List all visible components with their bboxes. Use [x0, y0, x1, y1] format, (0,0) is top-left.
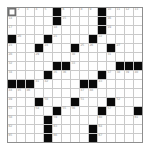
cell-r6c1[interactable]: 28 [8, 53, 16, 61]
cell-r8c15[interactable]: 40 [134, 71, 142, 79]
cell-r1c14[interactable]: 12 [125, 8, 133, 16]
cell-r3c10[interactable] [89, 26, 97, 34]
cell-r4c12[interactable] [107, 35, 115, 43]
cell-r9c3-black [26, 80, 34, 88]
cell-r2c4[interactable] [35, 17, 43, 25]
cell-r9c1-black [8, 80, 16, 88]
clue-number: 38 [117, 71, 120, 75]
clue-number: 43 [99, 80, 102, 84]
cell-r6c4[interactable]: 29 [35, 53, 43, 61]
cell-r8c8[interactable] [71, 71, 79, 79]
cell-r12c1[interactable]: 53 [8, 107, 16, 115]
cell-r6c3[interactable] [26, 53, 34, 61]
cell-r10c7[interactable] [62, 89, 70, 97]
cell-r12c8[interactable]: 56 [71, 107, 79, 115]
cell-r5c3[interactable] [26, 44, 34, 52]
cell-r2c9[interactable] [80, 17, 88, 25]
clue-number: 27 [117, 44, 120, 48]
cell-r10c2[interactable]: 45 [17, 89, 25, 97]
cell-r4c8[interactable] [71, 35, 79, 43]
clue-number: 32 [9, 62, 12, 66]
cell-r1c10[interactable]: 9 [89, 8, 97, 16]
cell-r15c1[interactable]: 65 [8, 134, 16, 142]
cell-r6c12[interactable]: 31 [107, 53, 115, 61]
cell-r9c5[interactable]: 42 [44, 80, 52, 88]
cell-r3c2[interactable] [17, 26, 25, 34]
clue-number: 18 [54, 26, 57, 30]
cell-r14c11[interactable]: 64 [98, 125, 106, 133]
cell-r2c1[interactable]: 14 [8, 17, 16, 25]
clue-number: 31 [108, 53, 111, 57]
cell-r2c11-black [98, 17, 106, 25]
clue-number: 62 [9, 125, 12, 129]
clue-number: 8 [81, 8, 83, 12]
cell-r3c14[interactable] [125, 26, 133, 34]
clue-number: 6 [63, 8, 65, 12]
cell-r7c2[interactable] [17, 62, 25, 70]
cell-r10c10[interactable]: 48 [89, 89, 97, 97]
cell-r15c8[interactable] [71, 134, 79, 142]
clue-number: 33 [72, 62, 75, 66]
cell-r7c3[interactable] [26, 62, 34, 70]
cell-r8c4[interactable] [35, 71, 43, 79]
clue-number: 35 [54, 71, 57, 75]
cell-r12c6-black [53, 107, 61, 115]
cell-r13c9[interactable] [80, 116, 88, 124]
clue-number: 42 [45, 80, 48, 84]
cell-r2c12[interactable]: 16 [107, 17, 115, 25]
cell-r3c12[interactable]: 19 [107, 26, 115, 34]
cell-r14c10-black [89, 125, 97, 133]
cell-r11c12-black [107, 98, 115, 106]
crossword-app: 1234567891011121314151617181920212223242… [0, 0, 150, 150]
clue-number: 25 [81, 44, 84, 48]
cell-r4c5-black [44, 35, 52, 43]
cell-r10c5[interactable] [44, 89, 52, 97]
cell-r6c8[interactable]: 30 [71, 53, 79, 61]
clue-number: 56 [72, 107, 75, 111]
cell-r13c3[interactable] [26, 116, 34, 124]
cell-r12c3[interactable] [26, 107, 34, 115]
cell-r8c5-black [44, 71, 52, 79]
cell-r8c2[interactable] [17, 71, 25, 79]
cell-r2c13[interactable] [116, 17, 124, 25]
clue-number: 19 [108, 26, 111, 30]
clue-number: 58 [9, 116, 12, 120]
cell-r5c1[interactable]: 23 [8, 44, 16, 52]
cell-r3c1[interactable]: 17 [8, 26, 16, 34]
cell-r14c4[interactable] [35, 125, 43, 133]
clue-number: 66 [54, 134, 57, 138]
cell-r7c9[interactable] [80, 62, 88, 70]
cell-r15c3[interactable] [26, 134, 34, 142]
cell-r10c3[interactable]: 46 [26, 89, 34, 97]
clue-number: 5 [45, 8, 47, 12]
cell-r5c4-black [35, 44, 43, 52]
clue-number: 4 [36, 8, 38, 12]
cell-r1c1-selected[interactable]: 1 [8, 8, 16, 16]
cell-r3c8[interactable] [71, 26, 79, 34]
cell-r7c11[interactable] [98, 62, 106, 70]
cell-r14c6[interactable]: 63 [53, 125, 61, 133]
cell-r13c6[interactable]: 59 [53, 116, 61, 124]
cell-r4c14[interactable] [125, 35, 133, 43]
cell-r11c3[interactable] [26, 98, 34, 106]
cell-r5c5[interactable]: 24 [44, 44, 52, 52]
clue-number: 52 [117, 98, 120, 102]
cell-r10c13[interactable] [116, 89, 124, 97]
cell-r1c9[interactable]: 8 [80, 8, 88, 16]
cell-r13c10[interactable] [89, 116, 97, 124]
clue-number: 36 [63, 71, 66, 75]
cell-r14c9[interactable] [80, 125, 88, 133]
cell-r12c13[interactable] [116, 107, 124, 115]
cell-r1c2[interactable]: 2 [17, 8, 25, 16]
cell-r11c9[interactable]: 51 [80, 98, 88, 106]
cell-r6c10[interactable] [89, 53, 97, 61]
cell-r6c15[interactable] [134, 53, 142, 61]
cell-r11c11[interactable] [98, 98, 106, 106]
cell-r5c12-black [107, 44, 115, 52]
cell-r4c13[interactable] [116, 35, 124, 43]
cell-r3c4[interactable] [35, 26, 43, 34]
cell-r4c7[interactable] [62, 35, 70, 43]
clue-number: 54 [36, 107, 39, 111]
cell-r4c10-black [89, 35, 97, 43]
clue-number: 41 [36, 80, 39, 84]
cell-r10c11[interactable] [98, 89, 106, 97]
clue-number: 40 [135, 71, 138, 75]
cell-r7c13-black [116, 62, 124, 70]
cell-r13c14[interactable] [125, 116, 133, 124]
clue-number: 14 [9, 17, 12, 21]
clue-number: 44 [9, 89, 12, 93]
cell-r10c6[interactable] [53, 89, 61, 97]
cell-r10c12[interactable] [107, 89, 115, 97]
cell-r9c9-black [80, 80, 88, 88]
cell-r12c5[interactable] [44, 107, 52, 115]
cell-r4c6[interactable]: 21 [53, 35, 61, 43]
cell-r12c14[interactable] [125, 107, 133, 115]
cell-r7c4[interactable] [35, 62, 43, 70]
clue-number: 2 [18, 8, 20, 12]
crossword-grid: 1234567891011121314151617181920212223242… [7, 7, 143, 143]
cell-r8c6[interactable]: 35 [53, 71, 61, 79]
cell-r9c13[interactable] [116, 80, 124, 88]
clue-number: 20 [18, 35, 21, 39]
cell-r4c4[interactable] [35, 35, 43, 43]
cell-r5c8-black [71, 44, 79, 52]
cell-r12c2[interactable] [17, 107, 25, 115]
cell-r9c6[interactable] [53, 80, 61, 88]
cell-r8c10[interactable] [89, 71, 97, 79]
cell-r6c11[interactable] [98, 53, 106, 61]
cell-r1c4[interactable]: 4 [35, 8, 43, 16]
cell-r4c11[interactable]: 22 [98, 35, 106, 43]
cell-r11c15[interactable] [134, 98, 142, 106]
cell-r1c12[interactable]: 10 [107, 8, 115, 16]
cell-r9c14[interactable] [125, 80, 133, 88]
cell-r12c7[interactable]: 55 [62, 107, 70, 115]
clue-number: 37 [108, 71, 111, 75]
clue-number: 60 [99, 116, 102, 120]
cell-r10c14[interactable] [125, 89, 133, 97]
cell-r15c4[interactable] [35, 134, 43, 142]
cell-r15c2[interactable] [17, 134, 25, 142]
clue-number: 29 [36, 53, 39, 57]
cell-r10c4[interactable] [35, 89, 43, 97]
clue-number: 55 [63, 107, 66, 111]
cell-r10c9[interactable]: 47 [80, 89, 88, 97]
cell-r14c5-black [44, 125, 52, 133]
cell-r3c15[interactable] [134, 26, 142, 34]
clue-number: 49 [9, 98, 12, 102]
cell-r14c3[interactable] [26, 125, 34, 133]
clue-number: 21 [54, 35, 57, 39]
cell-r13c12[interactable] [107, 116, 115, 124]
cell-r8c13[interactable]: 38 [116, 71, 124, 79]
cell-r13c7[interactable] [62, 116, 70, 124]
cell-r13c11[interactable]: 60 [98, 116, 106, 124]
cell-r9c2-black [17, 80, 25, 88]
cell-r2c6-black [53, 17, 61, 25]
clue-number: 17 [9, 26, 12, 30]
clue-number: 15 [63, 17, 66, 21]
cell-r7c14-black [125, 62, 133, 70]
cell-r5c11[interactable] [98, 44, 106, 52]
cell-r12c15-black [134, 107, 142, 115]
cell-r9c11[interactable]: 43 [98, 80, 106, 88]
cell-r4c1-black [8, 35, 16, 43]
cell-r14c13[interactable] [116, 125, 124, 133]
cell-r5c15[interactable] [134, 44, 142, 52]
cell-r11c8-black [71, 98, 79, 106]
cell-r7c15-black [134, 62, 142, 70]
clue-number: 26 [90, 44, 93, 48]
clue-number: 39 [126, 71, 129, 75]
clue-number: 3 [27, 8, 29, 12]
cell-r8c9[interactable] [80, 71, 88, 79]
cell-r10c15[interactable] [134, 89, 142, 97]
cell-r4c15[interactable] [134, 35, 142, 43]
cell-r5c13[interactable]: 27 [116, 44, 124, 52]
cell-r9c10-black [89, 80, 97, 88]
clue-number: 24 [45, 44, 48, 48]
cell-r12c12[interactable]: 57 [107, 107, 115, 115]
cell-r1c7[interactable]: 6 [62, 8, 70, 16]
cell-r7c10[interactable] [89, 62, 97, 70]
cell-r15c6[interactable]: 66 [53, 134, 61, 142]
cell-r10c8[interactable] [71, 89, 79, 97]
cell-r2c7[interactable]: 15 [62, 17, 70, 25]
cell-r14c2[interactable] [17, 125, 25, 133]
cell-r8c14[interactable]: 39 [125, 71, 133, 79]
cell-r8c12[interactable]: 37 [107, 71, 115, 79]
cell-r4c2[interactable]: 20 [17, 35, 25, 43]
clue-number: 9 [90, 8, 92, 12]
cell-r1c3[interactable]: 3 [26, 8, 34, 16]
cell-r4c3[interactable] [26, 35, 34, 43]
clue-number: 13 [135, 8, 138, 12]
cell-r5c10[interactable]: 26 [89, 44, 97, 52]
cell-r2c8[interactable] [71, 17, 79, 25]
cell-r7c5[interactable] [44, 62, 52, 70]
cell-r6c13[interactable] [116, 53, 124, 61]
cell-r3c5[interactable] [44, 26, 52, 34]
cell-r14c14[interactable] [125, 125, 133, 133]
clue-number: 59 [54, 116, 57, 120]
cell-r9c15[interactable] [134, 80, 142, 88]
cell-r6c7[interactable] [62, 53, 70, 61]
cell-r7c6-black [53, 62, 61, 70]
cell-r15c9[interactable] [80, 134, 88, 142]
cell-r6c14[interactable] [125, 53, 133, 61]
clue-number: 50 [45, 98, 48, 102]
cell-r3c11-black [98, 26, 106, 34]
cell-r13c15[interactable]: 61 [134, 116, 142, 124]
cell-r5c2[interactable] [17, 44, 25, 52]
clue-number: 23 [9, 44, 12, 48]
clue-number: 16 [108, 17, 111, 21]
cell-r15c10-black [89, 134, 97, 142]
cell-r3c9[interactable] [80, 26, 88, 34]
clue-number: 46 [27, 89, 30, 93]
cell-r13c8[interactable] [71, 116, 79, 124]
cell-r13c5-black [44, 116, 52, 124]
cell-r14c1[interactable]: 62 [8, 125, 16, 133]
cell-r9c4[interactable]: 41 [35, 80, 43, 88]
cell-r15c14[interactable] [125, 134, 133, 142]
cell-r8c1[interactable]: 34 [8, 71, 16, 79]
clue-number: 22 [99, 35, 102, 39]
clue-number: 53 [9, 107, 12, 111]
cell-r5c14[interactable] [125, 44, 133, 52]
cell-r10c1[interactable]: 44 [8, 89, 16, 97]
cell-r13c13[interactable] [116, 116, 124, 124]
clue-number: 47 [81, 89, 84, 93]
cell-r11c13[interactable]: 52 [116, 98, 124, 106]
cell-r2c2[interactable] [17, 17, 25, 25]
cell-r9c12[interactable] [107, 80, 115, 88]
clue-number: 11 [117, 8, 120, 12]
cell-r1c6-black [53, 8, 61, 16]
cell-r11c1[interactable]: 49 [8, 98, 16, 106]
cell-r14c12[interactable] [107, 125, 115, 133]
cell-r15c11[interactable]: 67 [98, 134, 106, 142]
cell-r8c11-black [98, 71, 106, 79]
cell-r11c5[interactable]: 50 [44, 98, 52, 106]
cell-r6c6[interactable] [53, 53, 61, 61]
cell-r11c2[interactable] [17, 98, 25, 106]
cell-r3c7[interactable] [62, 26, 70, 34]
cell-r1c15[interactable]: 13 [134, 8, 142, 16]
clue-number: 61 [135, 116, 138, 120]
cell-r11c6[interactable] [53, 98, 61, 106]
clue-number: 57 [108, 107, 111, 111]
clue-number: 30 [72, 53, 75, 57]
cell-r6c2[interactable] [17, 53, 25, 61]
cell-r3c13[interactable] [116, 26, 124, 34]
cell-r3c6[interactable]: 18 [53, 26, 61, 34]
cell-r1c13[interactable]: 11 [116, 8, 124, 16]
cell-r14c15[interactable] [134, 125, 142, 133]
cell-r5c6[interactable] [53, 44, 61, 52]
cell-r15c12[interactable] [107, 134, 115, 142]
cell-r2c14[interactable] [125, 17, 133, 25]
cell-r15c5-black [44, 134, 52, 142]
cell-r1c8[interactable]: 7 [71, 8, 79, 16]
clue-number: 63 [54, 125, 57, 129]
clue-number: 45 [18, 89, 21, 93]
clue-number: 12 [126, 8, 129, 12]
cell-r11c10[interactable] [89, 98, 97, 106]
clue-number: 65 [9, 134, 12, 138]
cell-r9c7[interactable] [62, 80, 70, 88]
clue-number: 67 [99, 134, 102, 138]
cell-r1c11-black [98, 8, 106, 16]
cell-r11c14[interactable] [125, 98, 133, 106]
cell-r11c4-black [35, 98, 43, 106]
cell-r12c9[interactable] [80, 107, 88, 115]
clue-number: 10 [108, 8, 111, 12]
cell-r2c3[interactable] [26, 17, 34, 25]
clue-number: 7 [72, 8, 74, 12]
cell-r12c10[interactable] [89, 107, 97, 115]
cell-r14c8[interactable] [71, 125, 79, 133]
cell-r15c13[interactable] [116, 134, 124, 142]
cell-r8c3[interactable] [26, 71, 34, 79]
cell-r13c1[interactable]: 58 [8, 116, 16, 124]
cell-r11c7[interactable] [62, 98, 70, 106]
cell-r2c5[interactable] [44, 17, 52, 25]
cell-r7c1[interactable]: 32 [8, 62, 16, 70]
cell-r2c10[interactable] [89, 17, 97, 25]
clue-number: 64 [99, 125, 102, 129]
cell-r5c9[interactable]: 25 [80, 44, 88, 52]
cell-r1c5[interactable]: 5 [44, 8, 52, 16]
cell-r2c15[interactable] [134, 17, 142, 25]
clue-number: 1 [9, 8, 11, 12]
clue-number: 28 [9, 53, 12, 57]
cell-r4c9[interactable] [80, 35, 88, 43]
cell-r13c2[interactable] [17, 116, 25, 124]
cell-r5c7[interactable] [62, 44, 70, 52]
clue-number: 48 [90, 89, 93, 93]
cell-r15c7[interactable] [62, 134, 70, 142]
cell-r7c7-black [62, 62, 70, 70]
cell-r14c7[interactable] [62, 125, 70, 133]
cell-r9c8[interactable] [71, 80, 79, 88]
cell-r12c4[interactable]: 54 [35, 107, 43, 115]
cell-r3c3[interactable] [26, 26, 34, 34]
cell-r7c8[interactable]: 33 [71, 62, 79, 70]
cell-r6c5[interactable] [44, 53, 52, 61]
cell-r12c11-black [98, 107, 106, 115]
clue-number: 34 [9, 71, 12, 75]
cell-r13c4[interactable] [35, 116, 43, 124]
cell-r7c12[interactable] [107, 62, 115, 70]
cell-r6c9[interactable] [80, 53, 88, 61]
cell-r15c15[interactable] [134, 134, 142, 142]
clue-number: 51 [81, 98, 84, 102]
cell-r8c7[interactable]: 36 [62, 71, 70, 79]
